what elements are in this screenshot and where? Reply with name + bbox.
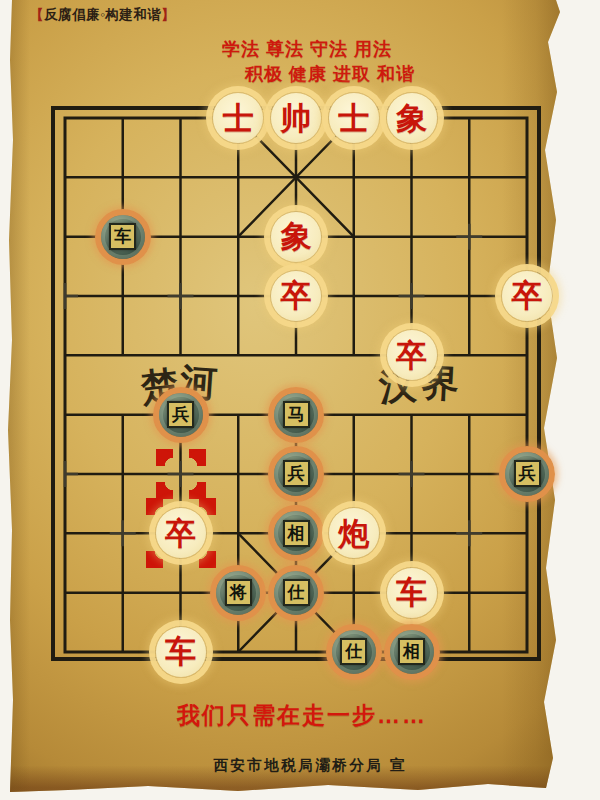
bracket-corner <box>199 498 216 515</box>
piece-label: 将 <box>225 579 252 606</box>
piece-green-soldier[interactable]: 兵 <box>499 446 555 502</box>
bracket-corner <box>199 551 216 568</box>
bracket-corner <box>146 498 163 515</box>
piece-red-general[interactable]: 帅 <box>270 92 322 144</box>
piece-green-soldier[interactable]: 兵 <box>268 446 324 502</box>
piece-green-general[interactable]: 将 <box>210 565 266 621</box>
piece-red-elephant[interactable]: 象 <box>386 92 438 144</box>
bracket-corner <box>189 482 206 499</box>
piece-label: 相 <box>398 638 425 665</box>
piece-green-advisor[interactable]: 仕 <box>326 624 382 680</box>
piece-red-cannon[interactable]: 炮 <box>328 507 380 559</box>
piece-label: 象 <box>281 221 312 252</box>
piece-red-soldier[interactable]: 卒 <box>270 270 322 322</box>
piece-label: 仕 <box>340 638 367 665</box>
piece-label: 马 <box>283 401 310 428</box>
tagline-text: 反腐倡廉◦构建和谐 <box>44 7 161 22</box>
piece-red-chariot[interactable]: 车 <box>155 626 207 678</box>
piece-red-chariot[interactable]: 车 <box>386 567 438 619</box>
piece-label: 仕 <box>283 579 310 606</box>
piece-red-advisor[interactable]: 士 <box>328 92 380 144</box>
piece-label: 兵 <box>283 460 310 487</box>
piece-green-soldier[interactable]: 兵 <box>153 387 209 443</box>
piece-label: 帅 <box>281 103 312 134</box>
piece-label: 卒 <box>396 340 427 371</box>
bracket-corner <box>146 551 163 568</box>
slogan-line-1: 学法 尊法 守法 用法 <box>0 37 600 61</box>
tagline-close-bracket: 】 <box>161 7 175 22</box>
piece-green-elephant[interactable]: 相 <box>384 624 440 680</box>
piece-green-chariot[interactable]: 车 <box>95 209 151 265</box>
slogan-line-2: 积极 健康 进取 和谐 <box>0 62 600 86</box>
bracket-corner <box>156 482 173 499</box>
piece-red-soldier[interactable]: 卒 <box>501 270 553 322</box>
piece-green-horse[interactable]: 马 <box>268 387 324 443</box>
piece-label: 卒 <box>165 518 196 549</box>
piece-label: 兵 <box>514 460 541 487</box>
bracket-corner <box>156 449 173 466</box>
piece-label: 象 <box>396 103 427 134</box>
piece-green-advisor[interactable]: 仕 <box>268 565 324 621</box>
piece-label: 士 <box>338 103 369 134</box>
xiangqi-board: 楚 河 汉 界 士帅士象车象卒卒卒兵马兵兵卒相炮将仕车车仕相 <box>49 104 543 664</box>
piece-label: 相 <box>283 520 310 547</box>
poster-headline: 我们只需在走一步…… <box>0 700 600 731</box>
piece-label: 卒 <box>512 280 543 311</box>
corner-tagline: 【反腐倡廉◦构建和谐】 <box>30 6 175 24</box>
piece-label: 卒 <box>281 280 312 311</box>
publisher-credit: 西安市地税局灞桥分局 宣 <box>0 756 600 775</box>
piece-label: 车 <box>109 223 136 250</box>
bracket-corner <box>189 449 206 466</box>
piece-label: 车 <box>165 636 196 667</box>
tagline-open-bracket: 【 <box>30 7 44 22</box>
move-target-marker[interactable] <box>156 449 206 499</box>
piece-label: 士 <box>223 103 254 134</box>
piece-label: 车 <box>396 577 427 608</box>
piece-label: 炮 <box>338 518 369 549</box>
piece-red-elephant[interactable]: 象 <box>270 211 322 263</box>
piece-red-soldier[interactable]: 卒 <box>386 329 438 381</box>
board-grid: 士帅士象车象卒卒卒兵马兵兵卒相炮将仕车车仕相 <box>36 88 556 681</box>
piece-label: 兵 <box>167 401 194 428</box>
piece-green-elephant[interactable]: 相 <box>268 505 324 561</box>
piece-red-advisor[interactable]: 士 <box>212 92 264 144</box>
piece-red-soldier[interactable]: 卒 <box>155 507 207 559</box>
